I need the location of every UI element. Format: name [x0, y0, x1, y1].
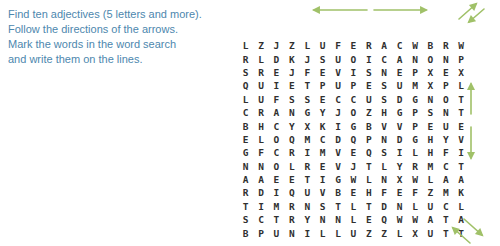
grid-cell[interactable]: U: [253, 79, 268, 92]
grid-cell[interactable]: Q: [238, 79, 253, 92]
grid-cell[interactable]: L: [453, 200, 468, 213]
grid-cell[interactable]: C: [392, 39, 407, 52]
grid-cell[interactable]: C: [438, 160, 453, 173]
grid-cell[interactable]: A: [238, 173, 253, 186]
grid-cell[interactable]: Z: [361, 226, 376, 239]
grid-cell[interactable]: A: [269, 106, 284, 119]
grid-cell[interactable]: D: [392, 93, 407, 106]
grid-cell[interactable]: E: [346, 39, 361, 52]
grid-cell[interactable]: N: [392, 200, 407, 213]
grid-cell[interactable]: X: [423, 79, 438, 92]
grid-cell[interactable]: U: [392, 79, 407, 92]
grid-cell[interactable]: T: [438, 213, 453, 226]
grid-cell[interactable]: L: [330, 226, 345, 239]
grid-cell[interactable]: R: [300, 160, 315, 173]
grid-cell[interactable]: S: [315, 200, 330, 213]
grid-cell[interactable]: L: [315, 226, 330, 239]
grid-cell[interactable]: D: [330, 133, 345, 146]
grid-cell[interactable]: L: [238, 93, 253, 106]
grid-cell[interactable]: L: [392, 226, 407, 239]
grid-cell[interactable]: E: [269, 173, 284, 186]
grid-cell[interactable]: R: [238, 186, 253, 199]
grid-cell[interactable]: L: [407, 200, 422, 213]
grid-cell[interactable]: R: [284, 213, 299, 226]
grid-cell[interactable]: N: [238, 160, 253, 173]
instruction-line-1: Find ten adjectives (5 letters and more)…: [8, 7, 233, 22]
grid-cell[interactable]: O: [269, 160, 284, 173]
grid-cell[interactable]: F: [407, 186, 422, 199]
grid-cell[interactable]: U: [361, 93, 376, 106]
grid-cell[interactable]: N: [284, 226, 299, 239]
grid-cell[interactable]: U: [315, 39, 330, 52]
grid-cell[interactable]: Q: [346, 133, 361, 146]
grid-cell[interactable]: K: [315, 119, 330, 132]
grid-cell[interactable]: O: [346, 106, 361, 119]
grid-cell[interactable]: L: [346, 200, 361, 213]
grid-cell[interactable]: C: [269, 146, 284, 159]
grid-cell[interactable]: V: [330, 66, 345, 79]
grid-cell[interactable]: T: [361, 200, 376, 213]
grid-cell[interactable]: Z: [284, 39, 299, 52]
word-search-grid: LZJZLUFERACWBRWRLDKJSUOICANONPSREJFEVISN…: [238, 39, 469, 240]
grid-cell[interactable]: L: [238, 39, 253, 52]
grid-cell[interactable]: K: [453, 186, 468, 199]
grid-cell[interactable]: T: [300, 173, 315, 186]
grid-cell[interactable]: L: [407, 146, 422, 159]
grid-cell[interactable]: N: [423, 93, 438, 106]
grid-cell[interactable]: F: [377, 186, 392, 199]
grid-cell[interactable]: E: [315, 93, 330, 106]
grid-cell[interactable]: C: [253, 213, 268, 226]
grid-cell[interactable]: I: [300, 226, 315, 239]
grid-cell[interactable]: V: [330, 146, 345, 159]
grid-cell[interactable]: X: [407, 226, 422, 239]
grid-cell[interactable]: Z: [423, 186, 438, 199]
grid-cell[interactable]: Y: [438, 133, 453, 146]
grid-cell[interactable]: M: [438, 186, 453, 199]
instruction-line-2: Follow the directions of the arrows.: [8, 22, 233, 37]
grid-cell[interactable]: N: [284, 106, 299, 119]
grid-cell[interactable]: E: [438, 66, 453, 79]
grid-cell[interactable]: N: [315, 213, 330, 226]
grid-cell[interactable]: L: [377, 160, 392, 173]
grid-cell[interactable]: G: [392, 106, 407, 119]
grid-cell[interactable]: R: [238, 52, 253, 65]
grid-cell[interactable]: C: [346, 93, 361, 106]
grid-cell[interactable]: Y: [315, 106, 330, 119]
grid-cell[interactable]: I: [330, 119, 345, 132]
grid-cell[interactable]: A: [423, 213, 438, 226]
grid-cell[interactable]: Q: [377, 213, 392, 226]
grid-cell[interactable]: Q: [284, 186, 299, 199]
grid-cell[interactable]: B: [423, 39, 438, 52]
grid-cell[interactable]: H: [423, 133, 438, 146]
grid-cell[interactable]: R: [284, 200, 299, 213]
grid-cell[interactable]: U: [300, 186, 315, 199]
grid-cell[interactable]: F: [269, 93, 284, 106]
grid-cell[interactable]: P: [253, 226, 268, 239]
grid-cell[interactable]: D: [377, 200, 392, 213]
grid-cell[interactable]: V: [330, 160, 345, 173]
grid-cell[interactable]: F: [330, 39, 345, 52]
grid-cell[interactable]: F: [438, 146, 453, 159]
grid-cell[interactable]: R: [253, 66, 268, 79]
grid-cell[interactable]: E: [284, 79, 299, 92]
grid-cell[interactable]: E: [315, 160, 330, 173]
grid-cell[interactable]: O: [438, 93, 453, 106]
grid-cell[interactable]: A: [392, 52, 407, 65]
grid-cell[interactable]: E: [346, 146, 361, 159]
grid-cell[interactable]: I: [269, 186, 284, 199]
grid-cell[interactable]: J: [300, 52, 315, 65]
grid-cell[interactable]: E: [315, 66, 330, 79]
grid-cell[interactable]: B: [330, 186, 345, 199]
grid-cell[interactable]: V: [315, 186, 330, 199]
grid-cell[interactable]: L: [423, 173, 438, 186]
grid-cell[interactable]: C: [315, 133, 330, 146]
grid-cell[interactable]: I: [453, 146, 468, 159]
grid-cell[interactable]: T: [238, 200, 253, 213]
grid-cell[interactable]: E: [238, 133, 253, 146]
grid-cell[interactable]: W: [346, 173, 361, 186]
grid-cell[interactable]: X: [300, 119, 315, 132]
grid-cell[interactable]: S: [377, 93, 392, 106]
grid-cell[interactable]: R: [438, 39, 453, 52]
grid-cell[interactable]: H: [253, 119, 268, 132]
grid-cell[interactable]: L: [361, 173, 376, 186]
grid-cell[interactable]: Q: [284, 133, 299, 146]
grid-cell[interactable]: T: [269, 213, 284, 226]
grid-cell[interactable]: W: [453, 39, 468, 52]
grid-cell[interactable]: O: [423, 52, 438, 65]
grid-cell[interactable]: G: [238, 146, 253, 159]
grid-cell[interactable]: T: [453, 93, 468, 106]
grid-cell[interactable]: X: [423, 66, 438, 79]
grid-cell[interactable]: N: [407, 52, 422, 65]
grid-cell[interactable]: T: [453, 160, 468, 173]
grid-cell[interactable]: F: [253, 146, 268, 159]
grid-cell[interactable]: U: [423, 200, 438, 213]
grid-cell[interactable]: G: [407, 133, 422, 146]
grid-cell[interactable]: N: [253, 160, 268, 173]
instructions: Find ten adjectives (5 letters and more)…: [8, 7, 233, 67]
grid-cell[interactable]: S: [361, 66, 376, 79]
grid-cell[interactable]: P: [453, 52, 468, 65]
grid-cell[interactable]: I: [361, 52, 376, 65]
grid-cell[interactable]: E: [361, 79, 376, 92]
grid-cell[interactable]: P: [407, 66, 422, 79]
grid-cell[interactable]: T: [438, 226, 453, 239]
grid-cell[interactable]: A: [253, 173, 268, 186]
grid-cell[interactable]: T: [330, 200, 345, 213]
grid-cell[interactable]: L: [253, 52, 268, 65]
grid-cell[interactable]: S: [284, 93, 299, 106]
grid-cell[interactable]: N: [300, 200, 315, 213]
grid-cell[interactable]: V: [392, 119, 407, 132]
grid-cell[interactable]: N: [377, 173, 392, 186]
grid-cell[interactable]: C: [438, 200, 453, 213]
grid-cell[interactable]: J: [330, 106, 345, 119]
grid-cell[interactable]: C: [238, 106, 253, 119]
grid-cell[interactable]: B: [361, 119, 376, 132]
grid-cell[interactable]: B: [238, 226, 253, 239]
grid-cell[interactable]: B: [238, 119, 253, 132]
grid-cell[interactable]: T: [453, 226, 468, 239]
grid-cell[interactable]: R: [407, 160, 422, 173]
grid-cell[interactable]: S: [423, 106, 438, 119]
grid-cell[interactable]: E: [269, 66, 284, 79]
grid-cell[interactable]: X: [392, 173, 407, 186]
grid-cell[interactable]: E: [284, 173, 299, 186]
grid-cell[interactable]: Y: [392, 160, 407, 173]
grid-cell[interactable]: J: [284, 66, 299, 79]
grid-cell[interactable]: E: [392, 66, 407, 79]
grid-cell[interactable]: G: [330, 173, 345, 186]
grid-cell[interactable]: N: [377, 66, 392, 79]
grid-cell[interactable]: Y: [284, 119, 299, 132]
grid-cell[interactable]: D: [269, 52, 284, 65]
grid-cell[interactable]: N: [330, 213, 345, 226]
grid-cell[interactable]: A: [377, 39, 392, 52]
grid-cell[interactable]: L: [346, 213, 361, 226]
grid-cell[interactable]: Z: [377, 226, 392, 239]
grid-cell[interactable]: I: [300, 146, 315, 159]
grid-cell[interactable]: C: [269, 119, 284, 132]
arrow-down-left-icon: [469, 9, 484, 22]
grid-cell[interactable]: S: [300, 93, 315, 106]
grid-cell[interactable]: I: [315, 173, 330, 186]
grid-cell[interactable]: J: [269, 39, 284, 52]
grid-cell[interactable]: U: [269, 226, 284, 239]
grid-cell[interactable]: X: [453, 66, 468, 79]
grid-cell[interactable]: I: [392, 146, 407, 159]
grid-cell[interactable]: I: [269, 79, 284, 92]
grid-cell[interactable]: A: [453, 173, 468, 186]
grid-cell[interactable]: Y: [300, 213, 315, 226]
grid-cell[interactable]: U: [346, 226, 361, 239]
grid-cell[interactable]: Z: [253, 39, 268, 52]
grid-cell[interactable]: L: [300, 39, 315, 52]
grid-cell[interactable]: R: [284, 146, 299, 159]
grid-cell[interactable]: S: [238, 213, 253, 226]
grid-cell[interactable]: M: [315, 146, 330, 159]
grid-cell[interactable]: T: [453, 106, 468, 119]
grid-cell[interactable]: W: [407, 173, 422, 186]
grid-cell[interactable]: W: [392, 213, 407, 226]
grid-cell[interactable]: P: [346, 79, 361, 92]
grid-cell[interactable]: M: [300, 133, 315, 146]
grid-cell[interactable]: V: [453, 133, 468, 146]
grid-cell[interactable]: N: [438, 52, 453, 65]
grid-cell[interactable]: D: [253, 186, 268, 199]
grid-cell[interactable]: K: [284, 52, 299, 65]
grid-cell[interactable]: U: [253, 93, 268, 106]
grid-cell[interactable]: V: [377, 119, 392, 132]
grid-cell[interactable]: O: [346, 52, 361, 65]
arrow-up-right-icon: [459, 4, 476, 19]
grid-cell[interactable]: L: [253, 133, 268, 146]
grid-cell[interactable]: G: [300, 106, 315, 119]
grid-cell[interactable]: U: [423, 226, 438, 239]
grid-cell[interactable]: J: [346, 160, 361, 173]
grid-cell[interactable]: U: [438, 119, 453, 132]
grid-cell[interactable]: Q: [361, 146, 376, 159]
grid-cell[interactable]: L: [453, 79, 468, 92]
instruction-line-3: Mark the words in the word search: [8, 37, 233, 52]
grid-cell[interactable]: U: [330, 52, 345, 65]
grid-cell[interactable]: H: [361, 186, 376, 199]
grid-cell[interactable]: M: [269, 200, 284, 213]
grid-cell[interactable]: G: [407, 93, 422, 106]
grid-cell[interactable]: R: [361, 39, 376, 52]
grid-cell[interactable]: M: [423, 160, 438, 173]
grid-cell[interactable]: P: [407, 106, 422, 119]
grid-cell[interactable]: F: [300, 66, 315, 79]
grid-cell[interactable]: U: [330, 79, 345, 92]
grid-cell[interactable]: E: [361, 213, 376, 226]
grid-cell[interactable]: R: [253, 106, 268, 119]
grid-cell[interactable]: S: [377, 79, 392, 92]
grid-cell[interactable]: S: [315, 52, 330, 65]
grid-cell[interactable]: C: [330, 93, 345, 106]
grid-cell[interactable]: E: [453, 119, 468, 132]
grid-cell[interactable]: W: [407, 39, 422, 52]
grid-cell[interactable]: C: [377, 52, 392, 65]
instruction-line-4: and write them on the lines.: [8, 52, 233, 67]
grid-cell[interactable]: D: [392, 133, 407, 146]
grid-cell[interactable]: T: [361, 160, 376, 173]
grid-cell[interactable]: A: [453, 213, 468, 226]
grid-cell[interactable]: O: [269, 133, 284, 146]
grid-cell[interactable]: S: [377, 146, 392, 159]
grid-cell[interactable]: I: [253, 200, 268, 213]
grid-cell[interactable]: L: [284, 160, 299, 173]
grid-cell[interactable]: P: [438, 79, 453, 92]
grid-cell[interactable]: Z: [361, 106, 376, 119]
grid-cell[interactable]: E: [392, 186, 407, 199]
grid-cell[interactable]: N: [438, 106, 453, 119]
grid-cell[interactable]: P: [315, 79, 330, 92]
grid-cell[interactable]: I: [346, 66, 361, 79]
grid-cell[interactable]: P: [407, 119, 422, 132]
grid-cell[interactable]: E: [423, 119, 438, 132]
grid-cell[interactable]: S: [238, 66, 253, 79]
grid-cell[interactable]: W: [407, 213, 422, 226]
grid-cell[interactable]: M: [407, 79, 422, 92]
grid-cell[interactable]: P: [361, 133, 376, 146]
grid-cell[interactable]: E: [346, 186, 361, 199]
grid-cell[interactable]: H: [423, 146, 438, 159]
grid-cell[interactable]: H: [377, 106, 392, 119]
grid-cell[interactable]: N: [377, 133, 392, 146]
grid-cell[interactable]: G: [346, 119, 361, 132]
grid-cell[interactable]: A: [438, 173, 453, 186]
grid-cell[interactable]: T: [300, 79, 315, 92]
